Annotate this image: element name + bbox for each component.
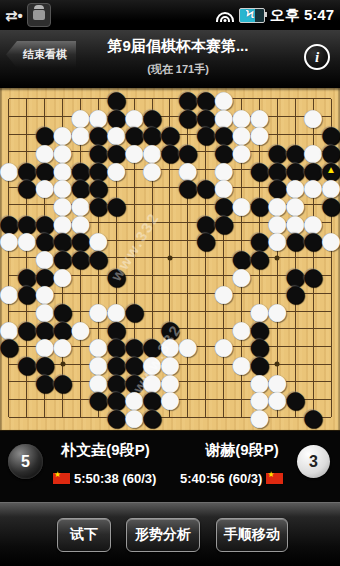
board-point-2-6[interactable]: ●	[18, 178, 36, 196]
white-captures-badge: 3	[297, 445, 330, 478]
board-point-15-19[interactable]: ●	[251, 408, 269, 426]
board-point-19-18[interactable]	[322, 391, 340, 409]
board-point-14-14[interactable]: ●	[233, 320, 251, 338]
black-time-text: 5:50:38 (60/3)	[74, 471, 156, 486]
try-move-button[interactable]: 试下	[57, 518, 111, 552]
board-point-9-7[interactable]	[143, 196, 161, 214]
board-point-8-19[interactable]: ●	[125, 408, 143, 426]
board-point-18-14[interactable]	[304, 320, 322, 338]
white-time-text: 5:40:56 (60/3)	[180, 471, 262, 486]
board-point-8-6[interactable]	[125, 178, 143, 196]
board-point-12-15[interactable]	[197, 338, 215, 356]
board-point-17-12[interactable]: ●	[286, 285, 304, 303]
board-point-10-11[interactable]	[161, 267, 179, 285]
white-stone: ●	[106, 158, 126, 181]
board-point-5-10[interactable]: ●	[72, 249, 90, 267]
board-point-9-8[interactable]	[143, 214, 161, 232]
white-stone: ●	[160, 388, 180, 411]
board-point-4-17[interactable]: ●	[54, 373, 72, 391]
board-point-9-9[interactable]	[143, 231, 161, 249]
black-stone: ●	[196, 229, 216, 252]
white-stone: ●	[267, 300, 287, 323]
board-point-10-8[interactable]	[161, 214, 179, 232]
board-point-11-17[interactable]	[179, 373, 197, 391]
board-point-5-18[interactable]	[72, 391, 90, 409]
board-point-12-3[interactable]: ●	[197, 125, 215, 143]
board-point-4-15[interactable]: ●	[54, 338, 72, 356]
status-bar: ⇄• Ϟ 오후 5:47	[0, 0, 340, 30]
board-point-13-10[interactable]	[215, 249, 233, 267]
white-stone: ●	[214, 282, 234, 305]
board-point-19-13[interactable]	[322, 302, 340, 320]
board-point-8-8[interactable]	[125, 214, 143, 232]
board-point-12-11[interactable]	[197, 267, 215, 285]
board-point-1-5[interactable]: ●	[0, 161, 18, 179]
status-clock: 오후 5:47	[270, 6, 334, 25]
board-point-19-14[interactable]	[322, 320, 340, 338]
board-point-13-19[interactable]	[215, 408, 233, 426]
board-point-17-18[interactable]: ●	[286, 391, 304, 409]
board-point-9-13[interactable]	[143, 302, 161, 320]
black-stone: ●	[303, 264, 323, 287]
black-stone: ●	[285, 282, 305, 305]
board-point-10-7[interactable]	[161, 196, 179, 214]
board-point-15-3[interactable]: ●	[251, 125, 269, 143]
board-point-8-10[interactable]	[125, 249, 143, 267]
board-point-11-12[interactable]	[179, 285, 197, 303]
board-point-1-19[interactable]	[0, 408, 18, 426]
board-point-6-10[interactable]: ●	[89, 249, 107, 267]
board-point-14-4[interactable]: ●	[233, 143, 251, 161]
board-point-4-11[interactable]: ●	[54, 267, 72, 285]
board-point-6-7[interactable]: ●	[89, 196, 107, 214]
board-point-3-6[interactable]: ●	[36, 178, 54, 196]
board-point-5-14[interactable]: ●	[72, 320, 90, 338]
black-stone: ●	[142, 406, 162, 429]
board-point-1-3[interactable]	[0, 125, 18, 143]
black-captures-badge: 5	[8, 444, 43, 479]
end-watching-button[interactable]: 结束看棋	[6, 41, 76, 68]
board-point-11-10[interactable]	[179, 249, 197, 267]
board-point-12-16[interactable]	[197, 355, 215, 373]
move-count-subtitle: (现在 171手)	[78, 62, 278, 77]
board-point-9-12[interactable]	[143, 285, 161, 303]
board-point-1-9[interactable]: ●	[0, 231, 18, 249]
board-point-19-12[interactable]	[322, 285, 340, 303]
black-stone: ●	[53, 370, 73, 393]
board-point-11-6[interactable]: ●	[179, 178, 197, 196]
black-stone: ●	[106, 193, 126, 216]
board-point-3-19[interactable]	[36, 408, 54, 426]
board-point-7-11[interactable]: ●	[107, 267, 125, 285]
board-point-11-8[interactable]	[179, 214, 197, 232]
board-point-8-11[interactable]	[125, 267, 143, 285]
board-point-9-10[interactable]	[143, 249, 161, 267]
board-point-6-13[interactable]: ●	[89, 302, 107, 320]
board-point-10-12[interactable]	[161, 285, 179, 303]
board-point-14-19[interactable]	[233, 408, 251, 426]
board-point-13-18[interactable]	[215, 391, 233, 409]
board-point-12-17[interactable]	[197, 373, 215, 391]
black-stone: ●	[303, 406, 323, 429]
board-point-2-12[interactable]: ●	[18, 285, 36, 303]
board-point-16-15[interactable]	[268, 338, 286, 356]
board-point-18-6[interactable]: ●	[304, 178, 322, 196]
board-point-18-9[interactable]: ●	[304, 231, 322, 249]
board-point-17-16[interactable]	[286, 355, 304, 373]
info-button[interactable]: i	[304, 44, 330, 70]
board-point-11-19[interactable]	[179, 408, 197, 426]
board-point-19-1[interactable]	[322, 90, 340, 108]
board-point-17-15[interactable]	[286, 338, 304, 356]
page-title: 第9届倡棋杯本赛第...	[78, 37, 278, 56]
board-point-16-9[interactable]: ●	[268, 231, 286, 249]
board-point-10-18[interactable]: ●	[161, 391, 179, 409]
board-point-9-5[interactable]: ●	[143, 161, 161, 179]
board-point-6-18[interactable]: ●	[89, 391, 107, 409]
wifi-icon	[216, 9, 234, 22]
white-stone: ●	[142, 158, 162, 181]
board-point-2-3[interactable]	[18, 125, 36, 143]
android-robot-icon	[27, 3, 51, 27]
board-point-9-19[interactable]: ●	[143, 408, 161, 426]
board-point-13-12[interactable]: ●	[215, 285, 233, 303]
board-point-5-16[interactable]	[72, 355, 90, 373]
board-point-19-9[interactable]: ●	[322, 231, 340, 249]
board-point-13-8[interactable]: ●	[215, 214, 233, 232]
board-point-18-17[interactable]	[304, 373, 322, 391]
board-point-13-17[interactable]	[215, 373, 233, 391]
white-stone: ●	[53, 264, 73, 287]
board-point-2-19[interactable]	[18, 408, 36, 426]
white-stone: ●	[178, 335, 198, 358]
board-point-19-11[interactable]	[322, 267, 340, 285]
board-point-1-1[interactable]	[0, 90, 18, 108]
board-point-12-18[interactable]	[197, 391, 215, 409]
board-point-19-15[interactable]	[322, 338, 340, 356]
board-point-16-2[interactable]	[268, 108, 286, 126]
board-point-14-16[interactable]: ●	[233, 355, 251, 373]
board-point-17-9[interactable]: ●	[286, 231, 304, 249]
board-point-1-17[interactable]	[0, 373, 18, 391]
last-move-marker: ▲	[326, 165, 336, 175]
black-stone: ●	[321, 193, 340, 216]
board-point-18-16[interactable]	[304, 355, 322, 373]
board-point-8-13[interactable]: ●	[125, 302, 143, 320]
board-point-5-12[interactable]	[72, 285, 90, 303]
board-point-5-17[interactable]	[72, 373, 90, 391]
board-point-7-7[interactable]: ●	[107, 196, 125, 214]
black-player-time: 5:50:38 (60/3)	[53, 471, 156, 486]
position-analysis-button[interactable]: 形势分析	[126, 518, 200, 552]
board-point-11-9[interactable]	[179, 231, 197, 249]
board-point-8-7[interactable]	[125, 196, 143, 214]
board-point-18-13[interactable]	[304, 302, 322, 320]
board-point-1-12[interactable]: ●	[0, 285, 18, 303]
board-point-7-5[interactable]: ●	[107, 161, 125, 179]
go-board[interactable]: ●●●●●●●●●●●●●●●●●●●●●●●●●●●●●●●●●●●●●●●●…	[0, 88, 340, 430]
board-point-19-16[interactable]	[322, 355, 340, 373]
board-point-1-18[interactable]	[0, 391, 18, 409]
black-stone: ●	[124, 300, 144, 323]
board-point-18-19[interactable]: ●	[304, 408, 322, 426]
board-point-2-9[interactable]: ●	[18, 231, 36, 249]
china-flag-icon	[266, 473, 283, 484]
board-point-8-9[interactable]	[125, 231, 143, 249]
white-player-time: 5:40:56 (60/3)	[180, 471, 283, 486]
battery-charging-icon: Ϟ	[239, 8, 265, 23]
white-stone: ●	[53, 335, 73, 358]
board-point-11-15[interactable]: ●	[179, 338, 197, 356]
board-point-13-15[interactable]: ●	[215, 338, 233, 356]
board-point-17-2[interactable]	[286, 108, 304, 126]
board-point-1-15[interactable]: ●	[0, 338, 18, 356]
usb-icon: ⇄•	[5, 8, 23, 23]
board-point-10-6[interactable]	[161, 178, 179, 196]
board-point-19-17[interactable]	[322, 373, 340, 391]
board-point-19-19[interactable]	[322, 408, 340, 426]
board-point-18-15[interactable]	[304, 338, 322, 356]
bottom-button-bar: 试下 形势分析 手顺移动	[0, 502, 340, 566]
white-stone: ●	[249, 406, 269, 429]
board-point-10-9[interactable]	[161, 231, 179, 249]
title-bar: 结束看棋 第9届倡棋杯本赛第... (现在 171手) i	[0, 30, 340, 88]
black-stone: ●	[214, 211, 234, 234]
board-point-16-11[interactable]	[268, 267, 286, 285]
board-point-11-18[interactable]	[179, 391, 197, 409]
board-point-7-19[interactable]: ●	[107, 408, 125, 426]
board-point-11-11[interactable]	[179, 267, 197, 285]
go-grid[interactable]: ●●●●●●●●●●●●●●●●●●●●●●●●●●●●●●●●●●●●●●●●…	[0, 90, 340, 426]
board-point-17-1[interactable]	[286, 90, 304, 108]
board-point-3-1[interactable]	[36, 90, 54, 108]
board-point-11-2[interactable]: ●	[179, 108, 197, 126]
board-point-4-1[interactable]	[54, 90, 72, 108]
board-point-5-3[interactable]: ●	[72, 125, 90, 143]
board-point-14-7[interactable]: ●	[233, 196, 251, 214]
board-point-19-7[interactable]: ●	[322, 196, 340, 214]
board-point-2-16[interactable]: ●	[18, 355, 36, 373]
board-point-10-1[interactable]	[161, 90, 179, 108]
board-point-4-19[interactable]	[54, 408, 72, 426]
board-point-2-14[interactable]: ●	[18, 320, 36, 338]
board-point-18-11[interactable]: ●	[304, 267, 322, 285]
board-point-16-13[interactable]: ●	[268, 302, 286, 320]
board-point-9-11[interactable]	[143, 267, 161, 285]
board-point-10-10[interactable]	[161, 249, 179, 267]
white-stone: ●	[321, 229, 340, 252]
board-point-12-13[interactable]	[197, 302, 215, 320]
board-point-12-12[interactable]	[197, 285, 215, 303]
board-point-18-2[interactable]: ●	[304, 108, 322, 126]
board-point-16-1[interactable]	[268, 90, 286, 108]
board-point-12-19[interactable]	[197, 408, 215, 426]
board-point-11-13[interactable]	[179, 302, 197, 320]
board-point-12-14[interactable]	[197, 320, 215, 338]
black-player-name: 朴文垚(9段P)	[48, 441, 163, 460]
board-point-5-19[interactable]	[72, 408, 90, 426]
white-stone: ●	[232, 264, 252, 287]
player-info-bar: 5 朴文垚(9段P) 5:50:38 (60/3) 谢赫(9段P) 5:40:5…	[0, 430, 340, 503]
board-point-12-6[interactable]: ●	[197, 178, 215, 196]
board-point-15-10[interactable]: ●	[251, 249, 269, 267]
board-point-2-1[interactable]	[18, 90, 36, 108]
board-point-7-9[interactable]	[107, 231, 125, 249]
board-point-15-7[interactable]: ●	[251, 196, 269, 214]
china-flag-icon	[53, 473, 70, 484]
board-point-15-5[interactable]: ●	[251, 161, 269, 179]
board-point-1-2[interactable]	[0, 108, 18, 126]
move-order-button[interactable]: 手顺移动	[216, 518, 288, 552]
black-stone: ●	[106, 264, 126, 287]
board-point-14-11[interactable]: ●	[233, 267, 251, 285]
black-stone: ●	[249, 246, 269, 269]
board-point-14-18[interactable]	[233, 391, 251, 409]
board-point-2-2[interactable]	[18, 108, 36, 126]
board-point-12-9[interactable]: ●	[197, 231, 215, 249]
board-point-16-18[interactable]: ●	[268, 391, 286, 409]
board-point-3-17[interactable]: ●	[36, 373, 54, 391]
board-point-10-4[interactable]: ●	[161, 143, 179, 161]
white-player-name: 谢赫(9段P)	[192, 441, 292, 460]
board-point-8-4[interactable]: ●	[125, 143, 143, 161]
board-point-2-18[interactable]	[18, 391, 36, 409]
board-point-17-14[interactable]	[286, 320, 304, 338]
